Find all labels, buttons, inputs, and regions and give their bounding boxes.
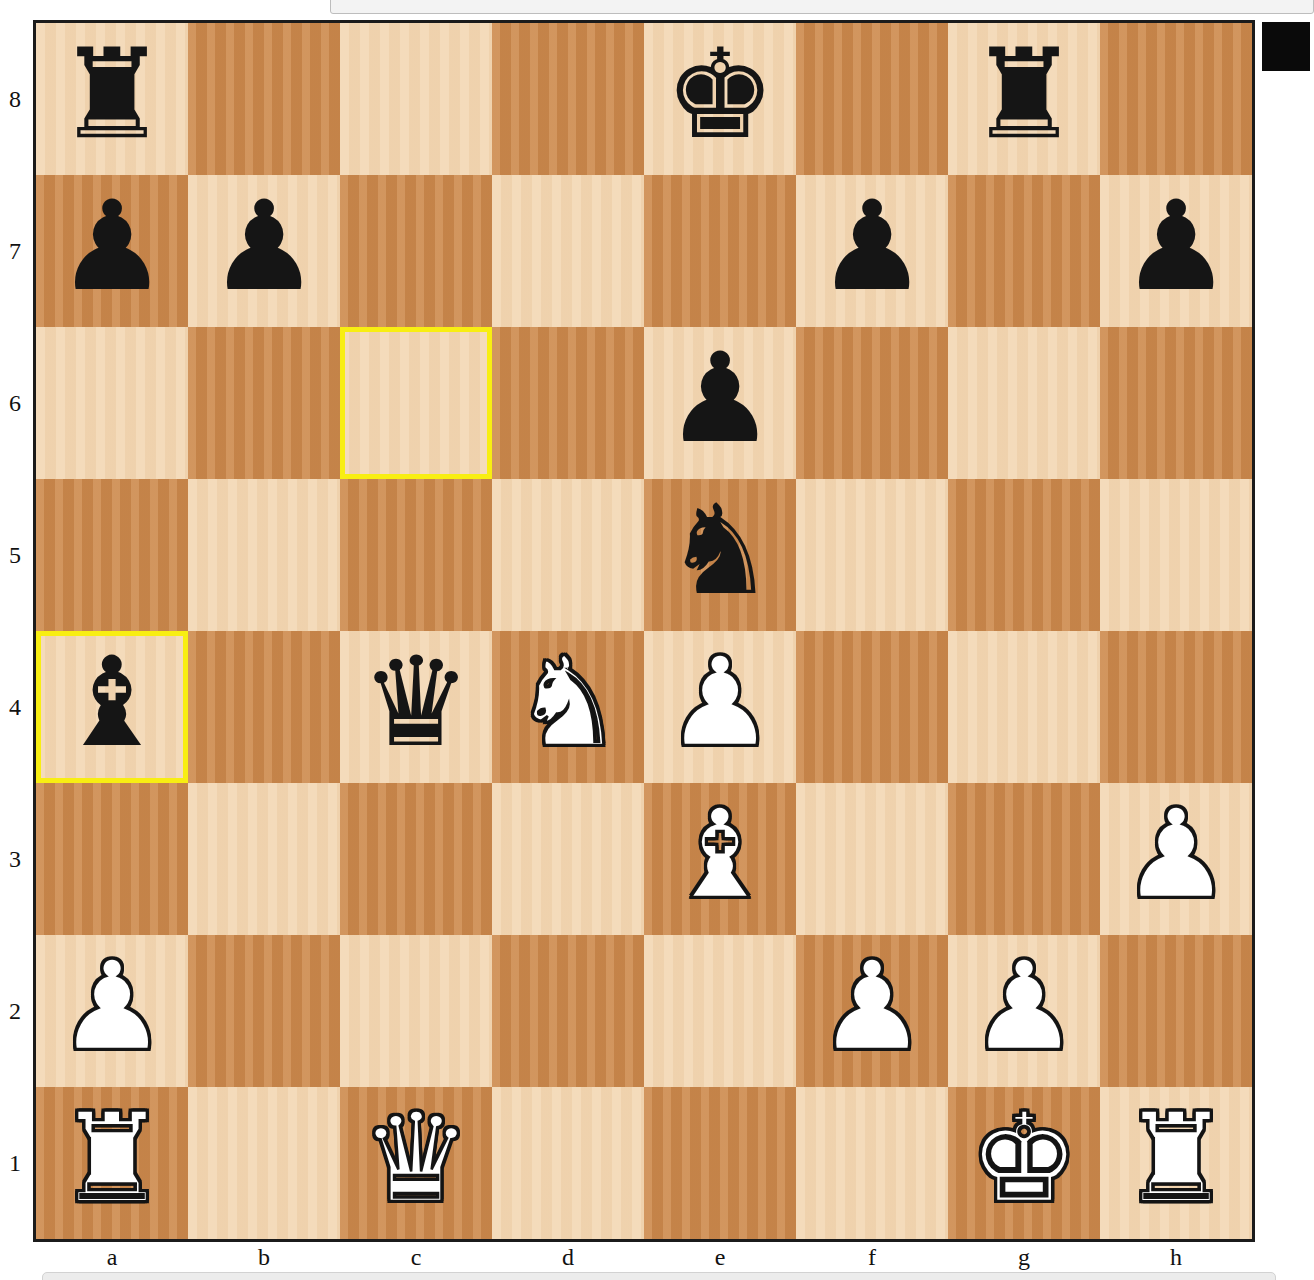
square-d6[interactable] [492, 327, 644, 479]
square-e8[interactable]: ♚ [644, 23, 796, 175]
square-h5[interactable] [1100, 479, 1252, 631]
piece-black-rook-a8[interactable]: ♜ [56, 18, 167, 170]
square-g7[interactable] [948, 175, 1100, 327]
piece-black-rook-g8[interactable]: ♜ [968, 18, 1079, 170]
square-c5[interactable] [340, 479, 492, 631]
square-b1[interactable] [188, 1087, 340, 1239]
piece-white-pawn-a2[interactable]: ♟ [56, 930, 167, 1082]
piece-black-pawn-e6[interactable]: ♟ [664, 322, 775, 474]
square-c1[interactable]: ♛ [340, 1087, 492, 1239]
file-label-a: a [36, 1244, 188, 1274]
square-d3[interactable] [492, 783, 644, 935]
square-g4[interactable] [948, 631, 1100, 783]
piece-white-pawn-h3[interactable]: ♟ [1120, 778, 1231, 930]
chess-app-screen: ♜♚♜♟♟♟♟♟♞♝♛♞♟♝♟♟♟♟♜♛♚♜ 87654321 abcdefgh [0, 0, 1314, 1280]
square-e2[interactable] [644, 935, 796, 1087]
square-h2[interactable] [1100, 935, 1252, 1087]
square-h4[interactable] [1100, 631, 1252, 783]
piece-white-king-g1[interactable]: ♚ [968, 1082, 1079, 1234]
file-label-g: g [948, 1244, 1100, 1274]
rank-label-8: 8 [0, 23, 30, 175]
square-b6[interactable] [188, 327, 340, 479]
square-d5[interactable] [492, 479, 644, 631]
file-label-e: e [644, 1244, 796, 1274]
square-g3[interactable] [948, 783, 1100, 935]
piece-black-pawn-b7[interactable]: ♟ [208, 170, 319, 322]
square-g1[interactable]: ♚ [948, 1087, 1100, 1239]
square-h8[interactable] [1100, 23, 1252, 175]
square-b5[interactable] [188, 479, 340, 631]
square-f7[interactable]: ♟ [796, 175, 948, 327]
square-g5[interactable] [948, 479, 1100, 631]
square-d1[interactable] [492, 1087, 644, 1239]
square-e5[interactable]: ♞ [644, 479, 796, 631]
piece-white-queen-c1[interactable]: ♛ [360, 1082, 471, 1234]
square-f5[interactable] [796, 479, 948, 631]
square-e3[interactable]: ♝ [644, 783, 796, 935]
square-a4[interactable]: ♝ [36, 631, 188, 783]
file-label-h: h [1100, 1244, 1252, 1274]
piece-black-knight-e5[interactable]: ♞ [664, 474, 775, 626]
partial-ui-bar-top [330, 0, 1314, 14]
file-label-c: c [340, 1244, 492, 1274]
square-a1[interactable]: ♜ [36, 1087, 188, 1239]
square-b2[interactable] [188, 935, 340, 1087]
square-c8[interactable] [340, 23, 492, 175]
square-b7[interactable]: ♟ [188, 175, 340, 327]
board-grid: ♜♚♜♟♟♟♟♟♞♝♛♞♟♝♟♟♟♟♜♛♚♜ [36, 23, 1252, 1239]
piece-black-king-e8[interactable]: ♚ [664, 18, 775, 170]
piece-white-pawn-g2[interactable]: ♟ [968, 930, 1079, 1082]
square-d7[interactable] [492, 175, 644, 327]
square-g2[interactable]: ♟ [948, 935, 1100, 1087]
square-a8[interactable]: ♜ [36, 23, 188, 175]
square-c3[interactable] [340, 783, 492, 935]
piece-white-rook-a1[interactable]: ♜ [56, 1082, 167, 1234]
square-f4[interactable] [796, 631, 948, 783]
square-d4[interactable]: ♞ [492, 631, 644, 783]
square-e1[interactable] [644, 1087, 796, 1239]
square-e7[interactable] [644, 175, 796, 327]
piece-white-rook-h1[interactable]: ♜ [1120, 1082, 1231, 1234]
square-h3[interactable]: ♟ [1100, 783, 1252, 935]
rank-label-3: 3 [0, 783, 30, 935]
square-c7[interactable] [340, 175, 492, 327]
square-g6[interactable] [948, 327, 1100, 479]
piece-black-pawn-f7[interactable]: ♟ [816, 170, 927, 322]
chess-board: ♜♚♜♟♟♟♟♟♞♝♛♞♟♝♟♟♟♟♜♛♚♜ [33, 20, 1255, 1242]
square-e4[interactable]: ♟ [644, 631, 796, 783]
piece-black-pawn-h7[interactable]: ♟ [1120, 170, 1231, 322]
square-h7[interactable]: ♟ [1100, 175, 1252, 327]
piece-black-pawn-a7[interactable]: ♟ [56, 170, 167, 322]
square-g8[interactable]: ♜ [948, 23, 1100, 175]
square-d2[interactable] [492, 935, 644, 1087]
square-a5[interactable] [36, 479, 188, 631]
piece-black-queen-c4[interactable]: ♛ [360, 626, 471, 778]
square-f1[interactable] [796, 1087, 948, 1239]
square-h6[interactable] [1100, 327, 1252, 479]
rank-label-5: 5 [0, 479, 30, 631]
file-label-b: b [188, 1244, 340, 1274]
square-f8[interactable] [796, 23, 948, 175]
square-f3[interactable] [796, 783, 948, 935]
rank-label-7: 7 [0, 175, 30, 327]
file-label-f: f [796, 1244, 948, 1274]
piece-white-pawn-f2[interactable]: ♟ [816, 930, 927, 1082]
rank-label-4: 4 [0, 631, 30, 783]
square-d8[interactable] [492, 23, 644, 175]
square-f6[interactable] [796, 327, 948, 479]
rank-label-1: 1 [0, 1087, 30, 1239]
square-b3[interactable] [188, 783, 340, 935]
side-to-move-indicator [1262, 22, 1310, 71]
square-a3[interactable] [36, 783, 188, 935]
square-b4[interactable] [188, 631, 340, 783]
square-c2[interactable] [340, 935, 492, 1087]
square-a6[interactable] [36, 327, 188, 479]
square-h1[interactable]: ♜ [1100, 1087, 1252, 1239]
piece-white-knight-d4[interactable]: ♞ [512, 626, 623, 778]
file-label-d: d [492, 1244, 644, 1274]
piece-white-bishop-e3[interactable]: ♝ [664, 778, 775, 930]
rank-label-6: 6 [0, 327, 30, 479]
square-c6[interactable] [340, 327, 492, 479]
square-b8[interactable] [188, 23, 340, 175]
rank-label-2: 2 [0, 935, 30, 1087]
square-f2[interactable]: ♟ [796, 935, 948, 1087]
square-a2[interactable]: ♟ [36, 935, 188, 1087]
piece-black-bishop-a4[interactable]: ♝ [56, 626, 167, 778]
piece-white-pawn-e4[interactable]: ♟ [664, 626, 775, 778]
partial-ui-bar-bottom [42, 1272, 1276, 1280]
square-e6[interactable]: ♟ [644, 327, 796, 479]
square-c4[interactable]: ♛ [340, 631, 492, 783]
square-a7[interactable]: ♟ [36, 175, 188, 327]
